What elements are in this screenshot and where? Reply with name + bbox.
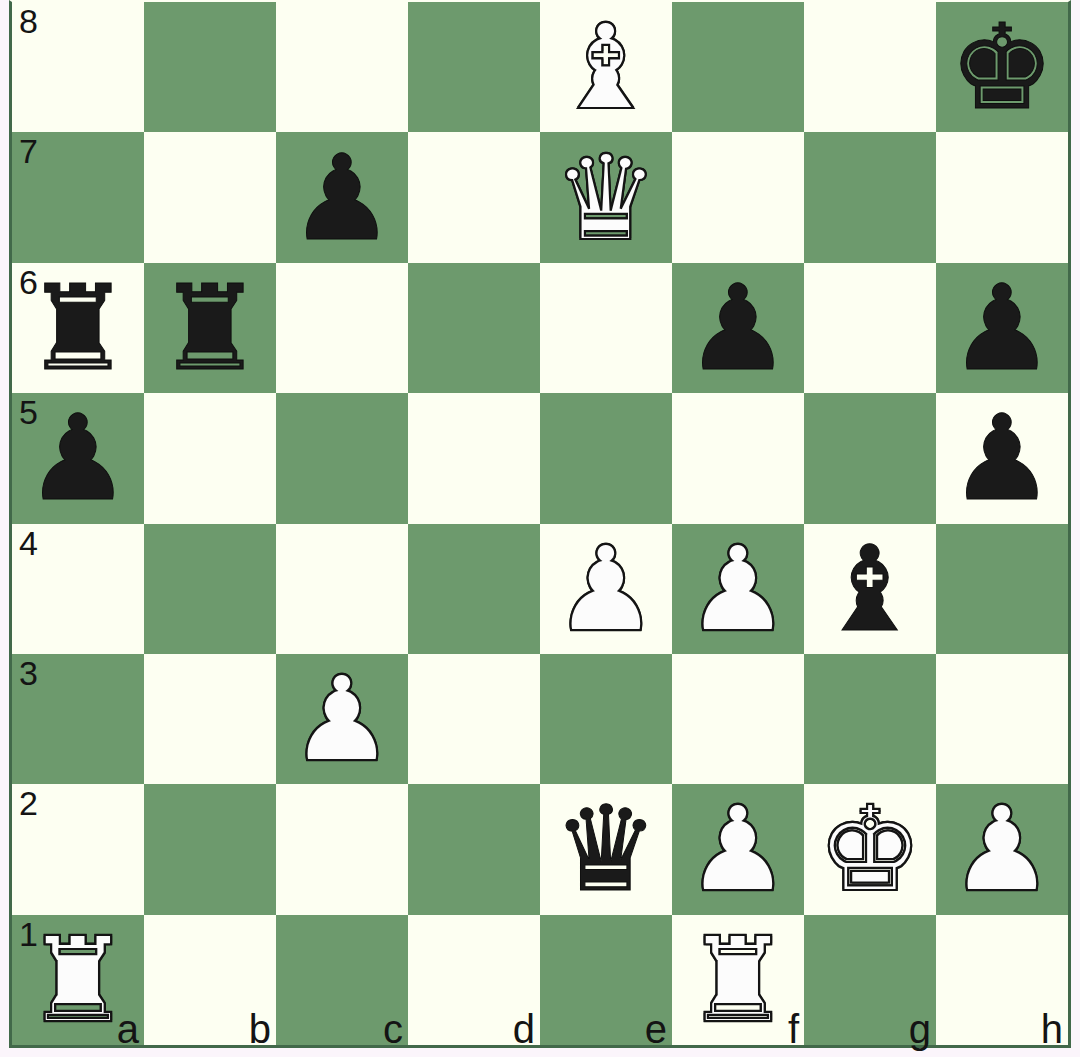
square-b7[interactable] xyxy=(144,132,276,262)
rank-label-4: 4 xyxy=(19,526,38,560)
square-b6[interactable]: ♜ xyxy=(144,263,276,393)
square-e6[interactable] xyxy=(540,263,672,393)
black-pawn-icon[interactable]: ♟ xyxy=(276,132,408,262)
square-g8[interactable] xyxy=(804,2,936,132)
white-queen-icon[interactable]: ♛ xyxy=(540,132,672,262)
square-f5[interactable] xyxy=(672,393,804,523)
chess-app-screen: 8♝♚7♟♛6♜♜♟♟5♟♟4♟♟♝3♟2♛♟♚♟1a♜bcdef♜gh xyxy=(0,0,1080,1057)
square-b8[interactable] xyxy=(144,2,276,132)
black-pawn-icon[interactable]: ♟ xyxy=(672,263,804,393)
square-a2[interactable]: 2 xyxy=(12,784,144,914)
square-f3[interactable] xyxy=(672,654,804,784)
square-h2[interactable]: ♟ xyxy=(936,784,1068,914)
square-d5[interactable] xyxy=(408,393,540,523)
square-c4[interactable] xyxy=(276,524,408,654)
square-a8[interactable]: 8 xyxy=(12,2,144,132)
square-c8[interactable] xyxy=(276,2,408,132)
file-label-h: h xyxy=(1041,1009,1063,1049)
rank-label-2: 2 xyxy=(19,786,38,820)
black-pawn-icon[interactable]: ♟ xyxy=(12,393,144,523)
board-frame: 8♝♚7♟♛6♜♜♟♟5♟♟4♟♟♝3♟2♛♟♚♟1a♜bcdef♜gh xyxy=(9,0,1071,1048)
square-e4[interactable]: ♟ xyxy=(540,524,672,654)
square-e5[interactable] xyxy=(540,393,672,523)
white-pawn-icon[interactable]: ♟ xyxy=(672,524,804,654)
square-d1[interactable]: d xyxy=(408,915,540,1045)
square-a6[interactable]: 6♜ xyxy=(12,263,144,393)
square-e8[interactable]: ♝ xyxy=(540,2,672,132)
square-g7[interactable] xyxy=(804,132,936,262)
square-g1[interactable]: g xyxy=(804,915,936,1045)
file-label-f: f xyxy=(788,1009,799,1049)
square-e1[interactable]: e xyxy=(540,915,672,1045)
square-h5[interactable]: ♟ xyxy=(936,393,1068,523)
square-d6[interactable] xyxy=(408,263,540,393)
square-b3[interactable] xyxy=(144,654,276,784)
black-pawn-icon[interactable]: ♟ xyxy=(936,393,1068,523)
square-h7[interactable] xyxy=(936,132,1068,262)
square-h3[interactable] xyxy=(936,654,1068,784)
rank-label-7: 7 xyxy=(19,134,38,168)
file-label-g: g xyxy=(909,1009,931,1049)
square-g5[interactable] xyxy=(804,393,936,523)
square-d7[interactable] xyxy=(408,132,540,262)
square-c6[interactable] xyxy=(276,263,408,393)
square-c3[interactable]: ♟ xyxy=(276,654,408,784)
square-f2[interactable]: ♟ xyxy=(672,784,804,914)
white-pawn-icon[interactable]: ♟ xyxy=(540,524,672,654)
black-bishop-icon[interactable]: ♝ xyxy=(804,524,936,654)
file-label-b: b xyxy=(249,1009,271,1049)
square-b2[interactable] xyxy=(144,784,276,914)
chess-board: 8♝♚7♟♛6♜♜♟♟5♟♟4♟♟♝3♟2♛♟♚♟1a♜bcdef♜gh xyxy=(12,2,1068,1045)
square-c5[interactable] xyxy=(276,393,408,523)
square-h1[interactable]: h xyxy=(936,915,1068,1045)
square-a7[interactable]: 7 xyxy=(12,132,144,262)
square-e3[interactable] xyxy=(540,654,672,784)
square-b1[interactable]: b xyxy=(144,915,276,1045)
file-label-e: e xyxy=(645,1009,667,1049)
square-a5[interactable]: 5♟ xyxy=(12,393,144,523)
white-bishop-icon[interactable]: ♝ xyxy=(540,2,672,132)
square-g4[interactable]: ♝ xyxy=(804,524,936,654)
square-a3[interactable]: 3 xyxy=(12,654,144,784)
square-f6[interactable]: ♟ xyxy=(672,263,804,393)
square-b4[interactable] xyxy=(144,524,276,654)
square-b5[interactable] xyxy=(144,393,276,523)
square-h8[interactable]: ♚ xyxy=(936,2,1068,132)
square-d8[interactable] xyxy=(408,2,540,132)
black-rook-icon[interactable]: ♜ xyxy=(144,263,276,393)
black-king-icon[interactable]: ♚ xyxy=(936,2,1068,132)
square-h4[interactable] xyxy=(936,524,1068,654)
white-pawn-icon[interactable]: ♟ xyxy=(672,784,804,914)
square-g3[interactable] xyxy=(804,654,936,784)
square-h6[interactable]: ♟ xyxy=(936,263,1068,393)
white-pawn-icon[interactable]: ♟ xyxy=(276,654,408,784)
white-rook-icon[interactable]: ♜ xyxy=(672,915,804,1045)
square-d3[interactable] xyxy=(408,654,540,784)
black-rook-icon[interactable]: ♜ xyxy=(12,263,144,393)
square-f4[interactable]: ♟ xyxy=(672,524,804,654)
white-king-icon[interactable]: ♚ xyxy=(804,784,936,914)
square-g6[interactable] xyxy=(804,263,936,393)
file-label-d: d xyxy=(513,1009,535,1049)
square-a1[interactable]: 1a♜ xyxy=(12,915,144,1045)
white-pawn-icon[interactable]: ♟ xyxy=(936,784,1068,914)
square-d4[interactable] xyxy=(408,524,540,654)
square-g2[interactable]: ♚ xyxy=(804,784,936,914)
file-label-c: c xyxy=(383,1009,403,1049)
file-label-a: a xyxy=(117,1009,139,1049)
rank-label-8: 8 xyxy=(19,4,38,38)
square-e2[interactable]: ♛ xyxy=(540,784,672,914)
square-c1[interactable]: c xyxy=(276,915,408,1045)
square-a4[interactable]: 4 xyxy=(12,524,144,654)
square-e7[interactable]: ♛ xyxy=(540,132,672,262)
square-f1[interactable]: f♜ xyxy=(672,915,804,1045)
square-c7[interactable]: ♟ xyxy=(276,132,408,262)
black-pawn-icon[interactable]: ♟ xyxy=(936,263,1068,393)
black-queen-icon[interactable]: ♛ xyxy=(540,784,672,914)
rank-label-3: 3 xyxy=(19,656,38,690)
square-c2[interactable] xyxy=(276,784,408,914)
square-f7[interactable] xyxy=(672,132,804,262)
square-f8[interactable] xyxy=(672,2,804,132)
square-d2[interactable] xyxy=(408,784,540,914)
